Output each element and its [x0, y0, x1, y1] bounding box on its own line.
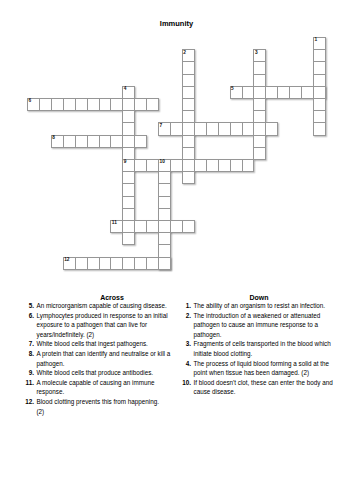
clue-number-badge: 3 [255, 51, 258, 56]
grid-cell[interactable] [182, 220, 195, 233]
clue-number-badge: 10 [160, 160, 165, 165]
clue-number: 3. [180, 339, 191, 358]
clue-number: 6. [23, 311, 34, 340]
clue-number: 10. [180, 378, 191, 397]
grid-cell[interactable] [253, 74, 266, 87]
crossword-grid: 123456789101112 [27, 37, 327, 270]
clue-text: Blood clotting prevents this from happen… [37, 397, 182, 416]
clue-item: 12.Blood clotting prevents this from hap… [23, 397, 181, 416]
grid-cell[interactable] [158, 183, 171, 196]
grid-cell[interactable] [253, 61, 266, 74]
grid-cell[interactable] [122, 147, 135, 160]
clue-text: If blood doesn't clot, these can enter t… [194, 378, 337, 397]
grid-cell[interactable] [313, 74, 326, 87]
clue-number: 1. [180, 301, 191, 311]
grid-cell[interactable] [253, 135, 266, 148]
clue-number: 2. [180, 311, 191, 340]
grid-cell[interactable] [182, 86, 195, 99]
grid-cell[interactable] [253, 110, 266, 123]
clue-number-badge: 6 [28, 99, 31, 104]
grid-cell[interactable] [110, 98, 123, 111]
grid-cell[interactable] [242, 86, 255, 99]
grid-cell[interactable] [242, 122, 255, 135]
clue-text: The process of liquid blood forming a so… [194, 359, 337, 378]
grid-cell[interactable] [182, 110, 195, 123]
clue-number-badge: 7 [160, 124, 163, 129]
down-clue-list: 1.The ability of an organism to resist a… [180, 301, 336, 397]
grid-cell[interactable] [170, 122, 183, 135]
clue-text: A molecule capable of causing an immune … [37, 378, 182, 397]
clue-text: White blood cells that ingest pathogens. [37, 339, 182, 349]
grid-cell[interactable] [313, 86, 326, 99]
grid-cell[interactable] [158, 196, 171, 209]
clue-item: 9.White blood cells that produce antibod… [23, 368, 181, 378]
clue-number: 5. [23, 301, 34, 311]
grid-cell[interactable] [122, 110, 135, 123]
grid-cell[interactable] [122, 171, 135, 184]
clue-item: 7.White blood cells that ingest pathogen… [23, 339, 181, 349]
grid-cell[interactable] [146, 257, 159, 270]
grid-cell[interactable] [158, 208, 171, 221]
grid-cell[interactable] [253, 147, 266, 160]
across-clue-list: 5.An microorganism capable of causing di… [23, 301, 181, 416]
clue-number-badge: 4 [124, 87, 127, 92]
grid-cell[interactable] [182, 171, 195, 184]
clue-number: 7. [23, 339, 34, 349]
grid-cell[interactable] [158, 244, 171, 257]
clue-number: 12. [23, 397, 34, 416]
grid-cell[interactable] [122, 232, 135, 245]
clue-number-badge: 5 [231, 87, 234, 92]
grid-cell[interactable] [158, 257, 171, 270]
across-heading: Across [100, 294, 124, 301]
grid-cell[interactable] [313, 110, 326, 123]
clue-number: 8. [23, 349, 34, 368]
grid-cell[interactable] [122, 208, 135, 221]
grid-cell[interactable] [265, 122, 278, 135]
clue-item: 5.An microorganism capable of causing di… [23, 301, 181, 311]
clue-number-badge: 12 [64, 258, 69, 263]
grid-cell[interactable] [313, 61, 326, 74]
clue-item: 3.Fragments of cells transported in the … [180, 339, 336, 358]
clue-number-badge: 2 [183, 51, 186, 56]
clue-item: 8.A protein that can identify and neutra… [23, 349, 181, 368]
grid-cell[interactable] [182, 61, 195, 74]
down-heading: Down [249, 294, 268, 301]
clue-text: The introduction of a weakened or attenu… [194, 311, 337, 340]
clue-item: 1.The ability of an organism to resist a… [180, 301, 336, 311]
clue-number-badge: 9 [124, 160, 127, 165]
clue-text: A protein that can identify and neutrali… [37, 349, 182, 368]
clue-text: White blood cells that produce antibodie… [37, 368, 182, 378]
grid-cell[interactable] [313, 49, 326, 62]
grid-cell[interactable] [146, 98, 159, 111]
clue-item: 4.The process of liquid blood forming a … [180, 359, 336, 378]
clue-item: 6.Lymphocytes produced in response to an… [23, 311, 181, 340]
clue-number: 11. [23, 378, 34, 397]
grid-cell[interactable] [122, 183, 135, 196]
grid-cell[interactable] [146, 220, 159, 233]
grid-cell[interactable] [242, 159, 255, 172]
grid-cell[interactable] [134, 135, 147, 148]
grid-cell[interactable] [313, 122, 326, 135]
clue-number-badge: 11 [112, 221, 117, 226]
clue-text: An microorganism capable of causing dise… [37, 301, 182, 311]
clue-number: 9. [23, 368, 34, 378]
puzzle-title: Immunity [0, 19, 353, 28]
clue-item: 2.The introduction of a weakened or atte… [180, 311, 336, 340]
grid-cell[interactable] [158, 171, 171, 184]
grid-cell[interactable] [122, 196, 135, 209]
grid-cell[interactable] [110, 135, 123, 148]
clue-item: 11.A molecule capable of causing an immu… [23, 378, 181, 397]
crossword-page: Immunity 123456789101112 Across Down 5.A… [0, 0, 353, 500]
clue-text: The ability of an organism to resist an … [194, 301, 337, 311]
grid-cell[interactable] [182, 74, 195, 87]
clue-number-badge: 1 [314, 38, 317, 43]
clue-number-badge: 8 [52, 136, 55, 141]
grid-cell[interactable] [182, 135, 195, 148]
clue-number: 4. [180, 359, 191, 378]
clue-text: Fragments of cells transported in the bl… [194, 339, 337, 358]
grid-cell[interactable] [122, 122, 135, 135]
clue-text: Lymphocytes produced in response to an i… [37, 311, 182, 340]
grid-cell[interactable] [301, 86, 314, 99]
grid-cell[interactable] [170, 159, 183, 172]
grid-cell[interactable] [182, 147, 195, 160]
grid-cell[interactable] [158, 232, 171, 245]
clue-item: 10.If blood doesn't clot, these can ente… [180, 378, 336, 397]
